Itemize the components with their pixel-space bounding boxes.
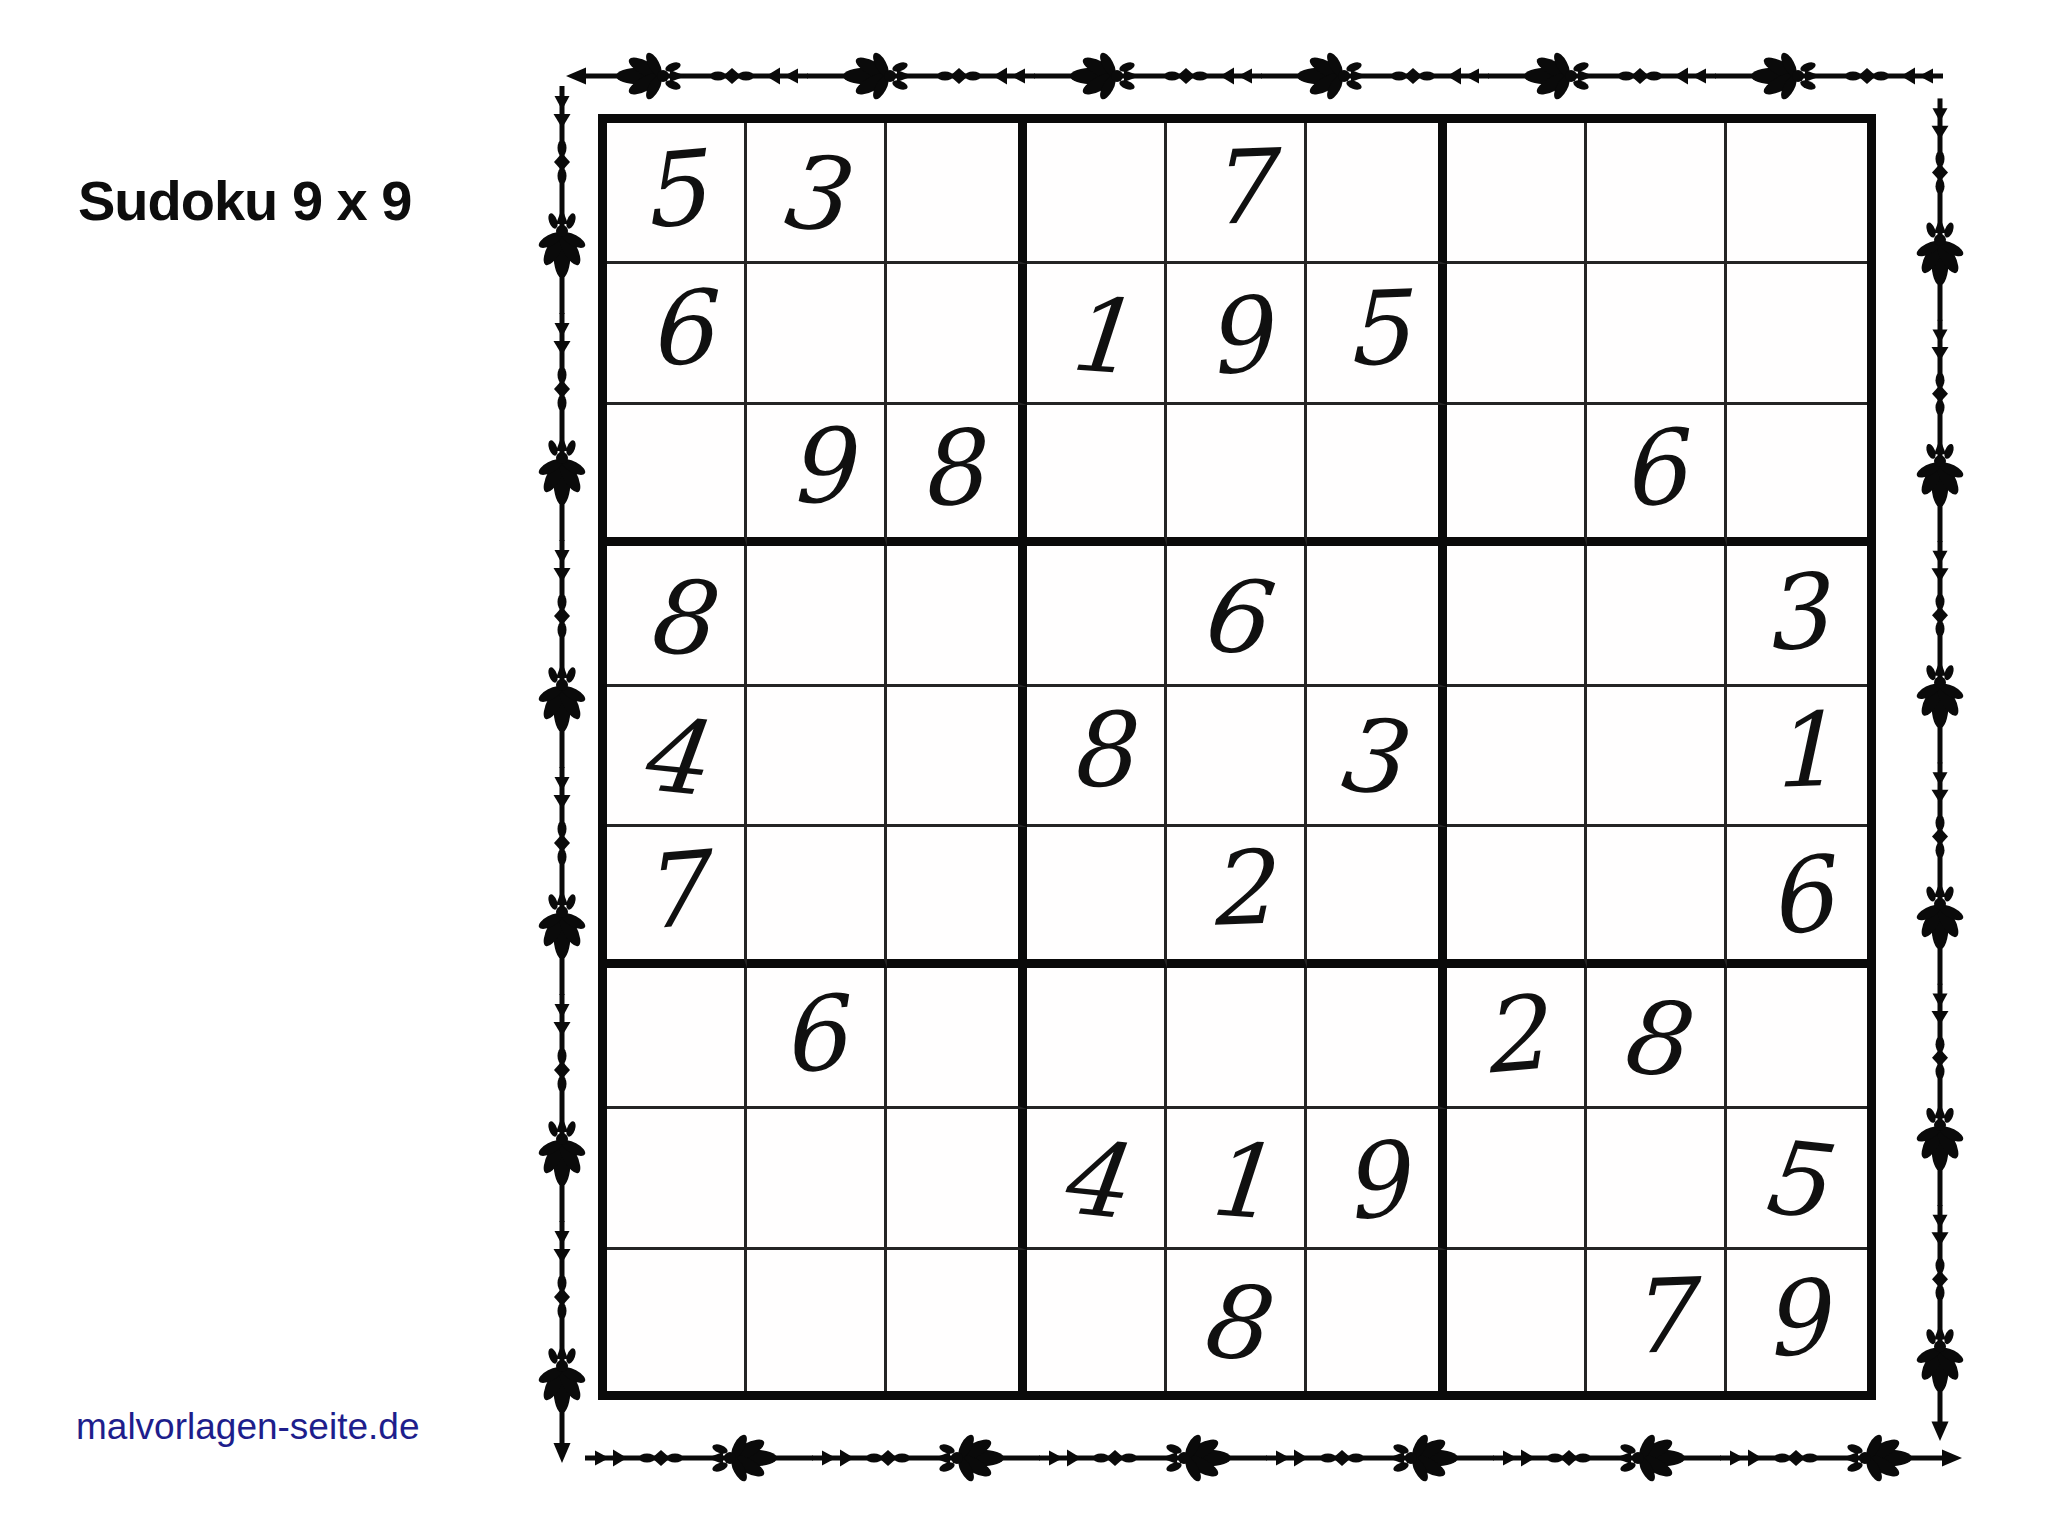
given-digit: 9 xyxy=(1336,1127,1413,1236)
sudoku-cell-r1c2: 3 xyxy=(747,123,887,264)
sudoku-cell-r5c1: 4 xyxy=(607,687,747,828)
given-digit: 6 xyxy=(776,982,850,1089)
sudoku-cell-r7c8: 8 xyxy=(1587,968,1727,1109)
sudoku-cell-r5c7 xyxy=(1447,687,1587,828)
sudoku-cell-r9c6 xyxy=(1307,1250,1447,1391)
sudoku-cell-r5c3 xyxy=(887,687,1027,828)
sudoku-cell-r6c7 xyxy=(1447,827,1587,968)
sudoku-cell-r9c3 xyxy=(887,1250,1027,1391)
sudoku-worksheet-page: { "game": "sudoku", "position": "5300700… xyxy=(0,0,2048,1535)
sudoku-cell-r3c5 xyxy=(1167,405,1307,546)
given-digit: 7 xyxy=(1205,136,1273,240)
given-digit: 4 xyxy=(634,703,709,811)
given-digit: 8 xyxy=(1194,1268,1269,1376)
sudoku-cell-r6c4 xyxy=(1027,827,1167,968)
given-digit: 6 xyxy=(645,277,713,381)
given-digit: 5 xyxy=(1755,1126,1830,1234)
sudoku-cell-r7c5 xyxy=(1167,968,1307,1109)
sudoku-cell-r9c4 xyxy=(1027,1250,1167,1391)
floral-border-bottom-icon xyxy=(584,1418,1964,1498)
given-digit: 4 xyxy=(1054,1126,1129,1234)
sudoku-cell-r3c9 xyxy=(1727,405,1867,546)
sudoku-cell-r8c1 xyxy=(607,1109,747,1250)
sudoku-cell-r2c8 xyxy=(1587,264,1727,405)
sudoku-cell-r3c8: 6 xyxy=(1587,405,1727,546)
sudoku-cell-r4c6 xyxy=(1307,546,1447,687)
given-digit: 3 xyxy=(1757,559,1831,666)
sudoku-cell-r5c4: 8 xyxy=(1027,687,1167,828)
sudoku-cell-r6c9: 6 xyxy=(1727,827,1867,968)
sudoku-cell-r5c2 xyxy=(747,687,887,828)
sudoku-cell-r8c8 xyxy=(1587,1109,1727,1250)
sudoku-cell-r1c3 xyxy=(887,123,1027,264)
sudoku-cell-r3c7 xyxy=(1447,405,1587,546)
given-digit: 8 xyxy=(1614,985,1689,1093)
sudoku-cell-r9c8: 7 xyxy=(1587,1250,1727,1391)
sudoku-cell-r9c2 xyxy=(747,1250,887,1391)
sudoku-cell-r9c7 xyxy=(1447,1250,1587,1391)
given-digit: 8 xyxy=(1065,699,1133,803)
sudoku-cell-r1c4 xyxy=(1027,123,1167,264)
sudoku-cell-r9c9: 9 xyxy=(1727,1250,1867,1391)
sudoku-cell-r3c3: 8 xyxy=(887,405,1027,546)
floral-border-left-icon xyxy=(518,80,606,1465)
sudoku-cell-r8c6: 9 xyxy=(1307,1109,1447,1250)
given-digit: 1 xyxy=(1767,699,1835,803)
sudoku-cell-r6c2 xyxy=(747,827,887,968)
sudoku-cell-r3c4 xyxy=(1027,405,1167,546)
given-digit: 3 xyxy=(1331,703,1406,811)
sudoku-cell-r8c3 xyxy=(887,1109,1027,1250)
sudoku-cell-r4c4 xyxy=(1027,546,1167,687)
sudoku-cell-r9c5: 8 xyxy=(1167,1250,1307,1391)
sudoku-cell-r4c3 xyxy=(887,546,1027,687)
floral-border-top-icon xyxy=(564,36,1944,116)
page-title: Sudoku 9 x 9 xyxy=(78,168,411,233)
sudoku-cell-r7c4 xyxy=(1027,968,1167,1109)
given-digit: 6 xyxy=(1616,415,1690,522)
sudoku-cell-r8c2 xyxy=(747,1109,887,1250)
given-digit: 5 xyxy=(1342,277,1410,381)
sudoku-cell-r1c7 xyxy=(1447,123,1587,264)
sudoku-cell-r5c8 xyxy=(1587,687,1727,828)
sudoku-cell-r2c2 xyxy=(747,264,887,405)
given-digit: 1 xyxy=(1061,283,1133,389)
sudoku-cell-r4c1: 8 xyxy=(607,546,747,687)
sudoku-cell-r9c1 xyxy=(607,1250,747,1391)
sudoku-cell-r4c2 xyxy=(747,546,887,687)
sudoku-cell-r6c8 xyxy=(1587,827,1727,968)
sudoku-cell-r2c3 xyxy=(887,264,1027,405)
sudoku-cell-r8c9: 5 xyxy=(1727,1109,1867,1250)
given-digit: 7 xyxy=(1625,1264,1693,1368)
sudoku-cell-r7c1 xyxy=(607,968,747,1109)
sudoku-cell-r2c1: 6 xyxy=(607,264,747,405)
sudoku-cell-r2c9 xyxy=(1727,264,1867,405)
given-digit: 9 xyxy=(1757,1265,1831,1372)
sudoku-cell-r7c7: 2 xyxy=(1447,968,1587,1109)
given-digit: 9 xyxy=(785,414,853,518)
sudoku-cell-r2c5: 9 xyxy=(1167,264,1307,405)
sudoku-cell-r5c9: 1 xyxy=(1727,687,1867,828)
sudoku-cell-r7c9 xyxy=(1727,968,1867,1109)
sudoku-cell-r1c8 xyxy=(1587,123,1727,264)
sudoku-cell-r6c5: 2 xyxy=(1167,827,1307,968)
sudoku-cell-r7c6 xyxy=(1307,968,1447,1109)
given-digit: 1 xyxy=(1201,1128,1273,1234)
website-url: malvorlagen-seite.de xyxy=(76,1406,419,1448)
sudoku-cell-r7c3 xyxy=(887,968,1027,1109)
sudoku-cell-r7c2: 6 xyxy=(747,968,887,1109)
sudoku-cell-r3c6 xyxy=(1307,405,1447,546)
sudoku-cell-r3c1 xyxy=(607,405,747,546)
sudoku-cell-r1c6 xyxy=(1307,123,1447,264)
sudoku-cell-r6c1: 7 xyxy=(607,827,747,968)
sudoku-cell-r3c2: 9 xyxy=(747,405,887,546)
given-digit: 8 xyxy=(913,415,987,522)
given-digit: 7 xyxy=(636,838,710,945)
sudoku-cell-r4c7 xyxy=(1447,546,1587,687)
given-digit: 2 xyxy=(1476,982,1550,1089)
given-digit: 6 xyxy=(1760,843,1837,952)
sudoku-cell-r6c6 xyxy=(1307,827,1447,968)
sudoku-cell-r4c8 xyxy=(1587,546,1727,687)
sudoku-cell-r1c9 xyxy=(1727,123,1867,264)
sudoku-cell-r4c9: 3 xyxy=(1727,546,1867,687)
given-digit: 8 xyxy=(641,565,713,671)
sudoku-cell-r1c1: 5 xyxy=(607,123,747,264)
sudoku-cell-r8c5: 1 xyxy=(1167,1109,1307,1250)
sudoku-cell-r1c5: 7 xyxy=(1167,123,1307,264)
given-digit: 3 xyxy=(774,139,849,247)
given-digit: 2 xyxy=(1205,837,1273,941)
sudoku-cell-r2c4: 1 xyxy=(1027,264,1167,405)
sudoku-board: 537619598686348317266284195879 xyxy=(598,114,1876,1400)
sudoku-cell-r5c6: 3 xyxy=(1307,687,1447,828)
floral-border-right-icon xyxy=(1896,98,1984,1443)
sudoku-cell-r2c7 xyxy=(1447,264,1587,405)
sudoku-cell-r2c6: 5 xyxy=(1307,264,1447,405)
sudoku-cell-r8c4: 4 xyxy=(1027,1109,1167,1250)
sudoku-cell-r4c5: 6 xyxy=(1167,546,1307,687)
given-digit: 9 xyxy=(1199,282,1276,391)
sudoku-cell-r6c3 xyxy=(887,827,1027,968)
sudoku-cell-r8c7 xyxy=(1447,1109,1587,1250)
given-digit: 5 xyxy=(636,137,710,244)
given-digit: 6 xyxy=(1194,562,1269,670)
sudoku-cell-r5c5 xyxy=(1167,687,1307,828)
